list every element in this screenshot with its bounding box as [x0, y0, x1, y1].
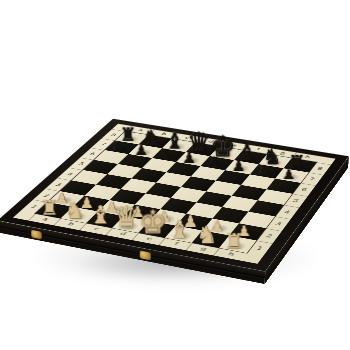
white-knight-g1: ♞: [192, 218, 221, 247]
white-bishop-f1: ♝: [165, 213, 194, 242]
brass-clasp-icon: [140, 251, 151, 261]
white-bishop-c1: ♝: [86, 199, 114, 227]
white-rook-h1: ♜: [219, 223, 248, 252]
white-queen-d1: ♛: [112, 204, 141, 233]
white-pawn-g2: ♟: [203, 206, 232, 235]
white-pawn-h2: ♟: [230, 211, 259, 240]
product-photo-chess-set: ♜♞♝♛♚♝♞♜♟♟♟♟♟♟♟♟♟♟♟♟♟♟♟♟♜♞♝♛♚♝♞♜ aa88bb7…: [0, 0, 350, 350]
white-pawn-f2: ♟: [176, 202, 205, 231]
white-pawn-d2: ♟: [124, 192, 152, 220]
brass-clasp-icon: [31, 230, 42, 240]
white-knight-b1: ♞: [61, 194, 89, 222]
